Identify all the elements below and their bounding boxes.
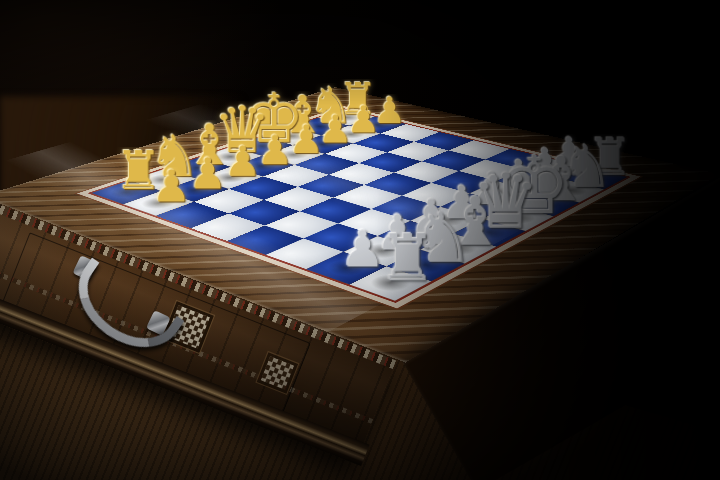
gold-pawn-c7: ♟ [224, 143, 261, 181]
silver-rook-a1: ♜ [379, 230, 437, 289]
scene: ♜♞♝♛♚♝♞♜♟♟♟♟♟♟♟♟♟♟♟♟♟♟♟♟♜♞♝♛♚♝♞♜ [0, 0, 720, 480]
gold-pawn-d7: ♟ [257, 132, 293, 169]
gold-pawn-a7: ♟ [151, 167, 191, 208]
gold-pawn-b7: ♟ [188, 155, 226, 194]
square-a3 [265, 238, 343, 269]
gold-pawn-e7: ♟ [288, 122, 323, 158]
